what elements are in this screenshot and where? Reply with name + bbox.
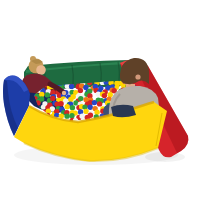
ball-pool-scene (0, 0, 200, 200)
boy-ear (135, 74, 140, 79)
boy-leg-over-rim (111, 105, 136, 118)
girl-face (36, 65, 46, 75)
product-photo (0, 0, 200, 200)
